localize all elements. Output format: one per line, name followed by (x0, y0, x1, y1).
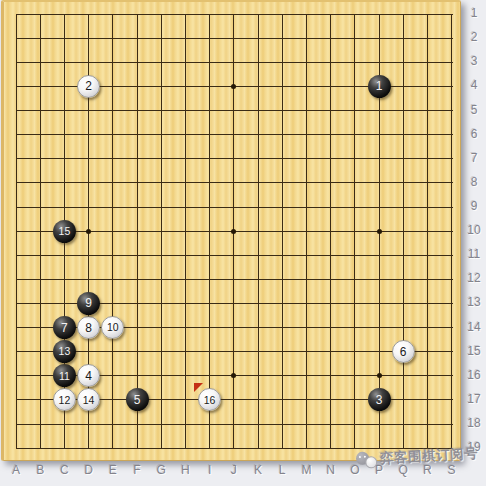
row-label: 3 (463, 54, 485, 68)
grid-line (16, 182, 453, 183)
row-label: 12 (463, 271, 485, 285)
stone-move-number: 12 (59, 395, 71, 406)
go-stone-light-icon (365, 456, 378, 469)
grid-line (112, 14, 113, 449)
row-label: 11 (463, 247, 485, 261)
stone-move-number: 7 (61, 322, 68, 334)
grid-line (16, 14, 453, 15)
star-point (231, 229, 236, 234)
row-label: 16 (463, 368, 485, 382)
row-label: 14 (463, 320, 485, 334)
go-board: 12345678910111213141516 (1, 0, 461, 461)
stone-move-number: 11 (59, 371, 70, 382)
column-label: F (128, 463, 146, 477)
stone-white-2: 2 (77, 75, 100, 98)
stone-move-number: 10 (107, 322, 119, 333)
row-label: 5 (463, 103, 485, 117)
stone-move-number: 2 (85, 80, 92, 92)
grid-line (16, 38, 453, 39)
column-label: C (55, 463, 73, 477)
stone-move-number: 4 (85, 370, 92, 382)
row-label: 17 (463, 392, 485, 406)
column-label: A (7, 463, 25, 477)
stone-white-16: 16 (198, 388, 221, 411)
grid-line (306, 14, 307, 449)
grid-line (427, 14, 428, 449)
column-label: M (297, 463, 315, 477)
grid-line (137, 14, 138, 449)
grid-line (16, 255, 453, 256)
stone-white-4: 4 (77, 364, 100, 387)
row-label: 8 (463, 175, 485, 189)
column-label: H (176, 463, 194, 477)
stone-black-7: 7 (53, 316, 76, 339)
stone-move-number: 13 (59, 346, 71, 357)
stone-black-5: 5 (126, 388, 149, 411)
stone-black-3: 3 (368, 388, 391, 411)
stone-black-1: 1 (368, 75, 391, 98)
grid-line (16, 158, 453, 159)
column-label: E (104, 463, 122, 477)
grid-line (258, 14, 259, 449)
column-label: G (152, 463, 170, 477)
stone-black-9: 9 (77, 292, 100, 315)
column-label: I (201, 463, 219, 477)
stone-white-12: 12 (53, 388, 76, 411)
stone-move-number: 5 (134, 394, 141, 406)
column-label: L (273, 463, 291, 477)
grid-line (185, 14, 186, 449)
stone-move-number: 16 (204, 395, 216, 406)
column-label: D (80, 463, 98, 477)
stone-black-15: 15 (53, 220, 76, 243)
grid-line (16, 110, 453, 111)
stone-move-number: 15 (59, 226, 71, 237)
grid-line (282, 14, 283, 449)
row-label: 9 (463, 199, 485, 213)
row-label: 2 (463, 30, 485, 44)
stone-white-14: 14 (77, 388, 100, 411)
column-label: J (225, 463, 243, 477)
row-label: 4 (463, 78, 485, 92)
stone-move-number: 1 (376, 80, 383, 92)
last-move-marker (194, 383, 203, 392)
grid-line (16, 62, 453, 63)
grid-line (209, 14, 210, 449)
row-label: 13 (463, 295, 485, 309)
grid-line (161, 14, 162, 449)
stone-white-10: 10 (101, 316, 124, 339)
grid-line (16, 134, 453, 135)
stone-move-number: 3 (376, 394, 383, 406)
row-label: 7 (463, 151, 485, 165)
grid-line (330, 14, 331, 449)
stone-black-11: 11 (53, 364, 76, 387)
grid-line (354, 14, 355, 449)
row-label: 10 (463, 223, 485, 237)
watermark-text: 弈客围棋订阅号 (380, 445, 479, 468)
row-label: 15 (463, 344, 485, 358)
stone-move-number: 9 (85, 297, 92, 309)
row-label: 6 (463, 127, 485, 141)
column-label: B (31, 463, 49, 477)
stone-move-number: 14 (83, 395, 95, 406)
grid-line (451, 14, 452, 449)
watermark-go-stones-logo (354, 449, 381, 470)
grid-line (403, 14, 404, 449)
grid-line (16, 207, 453, 208)
star-point (86, 229, 91, 234)
column-label: K (249, 463, 267, 477)
row-label: 1 (463, 6, 485, 20)
page: 12345678910111213141516 ABCDEFGHIJKLMNOP… (0, 0, 486, 486)
column-label: N (322, 463, 340, 477)
stone-move-number: 8 (85, 322, 92, 334)
grid-line (40, 14, 41, 449)
stone-black-13: 13 (53, 340, 76, 363)
stone-white-8: 8 (77, 316, 100, 339)
row-label: 18 (463, 416, 485, 430)
star-point (231, 373, 236, 378)
star-point (377, 373, 382, 378)
star-point (377, 229, 382, 234)
grid-line (16, 424, 453, 425)
grid-line (16, 14, 17, 449)
stone-move-number: 6 (400, 346, 407, 358)
stone-white-6: 6 (392, 340, 415, 363)
star-point (231, 84, 236, 89)
grid-line (16, 279, 453, 280)
grid-line (16, 351, 453, 352)
